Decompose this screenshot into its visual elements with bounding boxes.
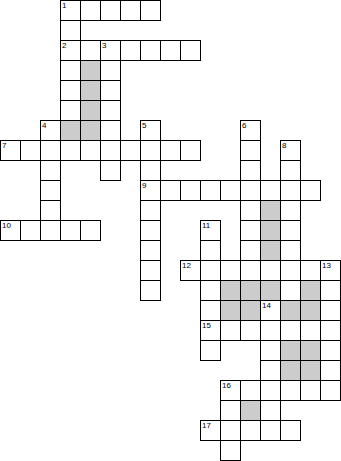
grid-cell bbox=[320, 380, 341, 401]
cell-number: 11 bbox=[202, 221, 210, 230]
grid-cell bbox=[220, 180, 241, 201]
grid-cell bbox=[100, 140, 121, 161]
grid-cell: 1 bbox=[60, 0, 81, 21]
cell-number: 6 bbox=[242, 121, 246, 130]
grid-cell bbox=[220, 420, 241, 441]
grid-cell bbox=[240, 220, 261, 241]
grid-cell-shaded bbox=[240, 300, 261, 321]
grid-cell bbox=[280, 240, 301, 261]
grid-cell: 10 bbox=[0, 220, 21, 241]
cell-number: 1 bbox=[62, 1, 66, 10]
grid-cell-shaded bbox=[280, 300, 301, 321]
grid-cell bbox=[260, 340, 281, 361]
grid-cell: 15 bbox=[200, 320, 221, 341]
grid-cell bbox=[180, 140, 201, 161]
grid-cell: 8 bbox=[280, 140, 301, 161]
grid-cell bbox=[240, 160, 261, 181]
grid-cell bbox=[260, 320, 281, 341]
cell-number: 15 bbox=[202, 321, 211, 330]
grid-cell bbox=[140, 0, 161, 21]
grid-cell bbox=[60, 220, 81, 241]
grid-cell: 12 bbox=[180, 260, 201, 281]
grid-cell bbox=[20, 220, 41, 241]
grid-cell bbox=[240, 420, 261, 441]
grid-cell bbox=[220, 260, 241, 281]
grid-cell bbox=[280, 160, 301, 181]
cell-number: 8 bbox=[282, 141, 286, 150]
cell-number: 10 bbox=[2, 221, 11, 230]
grid-cell bbox=[100, 80, 121, 101]
grid-cell bbox=[200, 260, 221, 281]
grid-cell bbox=[220, 440, 241, 461]
grid-cell-shaded bbox=[260, 280, 281, 301]
cell-number: 12 bbox=[182, 261, 191, 270]
grid-cell bbox=[60, 20, 81, 41]
grid-cell-shaded bbox=[300, 340, 321, 361]
grid-cell bbox=[160, 40, 181, 61]
cell-number: 5 bbox=[142, 121, 146, 130]
grid-cell bbox=[260, 180, 281, 201]
grid-cell bbox=[40, 200, 61, 221]
grid-cell bbox=[280, 180, 301, 201]
cell-number: 17 bbox=[202, 421, 211, 430]
grid-cell bbox=[80, 0, 101, 21]
grid-cell bbox=[240, 380, 261, 401]
crossword-grid: 1234567891011121314151617 bbox=[0, 0, 341, 461]
grid-cell bbox=[280, 380, 301, 401]
grid-cell bbox=[240, 240, 261, 261]
grid-cell bbox=[260, 380, 281, 401]
cell-number: 3 bbox=[102, 41, 106, 50]
grid-cell: 9 bbox=[140, 180, 161, 201]
grid-cell bbox=[320, 320, 341, 341]
grid-cell bbox=[40, 160, 61, 181]
grid-cell bbox=[20, 140, 41, 161]
cell-number: 14 bbox=[262, 301, 271, 310]
cell-number: 4 bbox=[42, 121, 46, 130]
grid-cell bbox=[280, 200, 301, 221]
grid-cell bbox=[120, 140, 141, 161]
grid-cell bbox=[80, 220, 101, 241]
grid-cell: 16 bbox=[220, 380, 241, 401]
grid-cell bbox=[280, 320, 301, 341]
grid-cell bbox=[280, 260, 301, 281]
grid-cell-shaded bbox=[240, 280, 261, 301]
cell-number: 13 bbox=[322, 261, 331, 270]
grid-cell bbox=[300, 320, 321, 341]
grid-cell bbox=[140, 240, 161, 261]
grid-cell-shaded bbox=[220, 300, 241, 321]
grid-cell bbox=[60, 60, 81, 81]
grid-cell bbox=[40, 220, 61, 241]
grid-cell bbox=[140, 160, 161, 181]
grid-cell: 17 bbox=[200, 420, 221, 441]
grid-cell: 2 bbox=[60, 40, 81, 61]
grid-cell bbox=[180, 40, 201, 61]
grid-cell: 3 bbox=[100, 40, 121, 61]
grid-cell bbox=[200, 280, 221, 301]
grid-cell: 5 bbox=[140, 120, 161, 141]
grid-cell bbox=[120, 0, 141, 21]
cell-number: 9 bbox=[142, 181, 146, 190]
grid-cell bbox=[300, 380, 321, 401]
grid-cell bbox=[300, 180, 321, 201]
grid-cell bbox=[280, 280, 301, 301]
grid-cell-shaded bbox=[280, 340, 301, 361]
grid-cell bbox=[280, 420, 301, 441]
grid-cell bbox=[140, 40, 161, 61]
grid-cell bbox=[60, 140, 81, 161]
grid-cell bbox=[320, 360, 341, 381]
grid-cell-shaded bbox=[260, 240, 281, 261]
grid-cell-shaded bbox=[80, 60, 101, 81]
grid-cell bbox=[80, 40, 101, 61]
grid-cell bbox=[40, 180, 61, 201]
grid-cell bbox=[140, 200, 161, 221]
grid-cell-shaded bbox=[300, 360, 321, 381]
grid-cell bbox=[320, 340, 341, 361]
grid-cell bbox=[140, 220, 161, 241]
cell-number: 7 bbox=[2, 141, 6, 150]
grid-cell bbox=[120, 40, 141, 61]
cell-number: 2 bbox=[62, 41, 66, 50]
grid-cell bbox=[240, 200, 261, 221]
grid-cell-shaded bbox=[80, 100, 101, 121]
grid-cell bbox=[200, 340, 221, 361]
grid-cell-shaded bbox=[300, 300, 321, 321]
grid-cell: 14 bbox=[260, 300, 281, 321]
grid-cell-shaded bbox=[80, 120, 101, 141]
grid-cell bbox=[60, 80, 81, 101]
grid-cell bbox=[260, 360, 281, 381]
grid-cell bbox=[100, 0, 121, 21]
grid-cell bbox=[200, 300, 221, 321]
grid-cell bbox=[200, 180, 221, 201]
grid-cell bbox=[100, 160, 121, 181]
grid-cell bbox=[40, 140, 61, 161]
grid-cell bbox=[260, 260, 281, 281]
grid-cell bbox=[280, 220, 301, 241]
grid-cell: 11 bbox=[200, 220, 221, 241]
grid-cell bbox=[220, 320, 241, 341]
grid-cell bbox=[160, 180, 181, 201]
grid-cell-shaded bbox=[260, 200, 281, 221]
grid-cell bbox=[320, 280, 341, 301]
grid-cell: 7 bbox=[0, 140, 21, 161]
grid-cell bbox=[100, 60, 121, 81]
grid-cell bbox=[240, 180, 261, 201]
cell-number: 16 bbox=[222, 381, 231, 390]
grid-cell-shaded bbox=[60, 120, 81, 141]
grid-cell bbox=[240, 260, 261, 281]
grid-cell-shaded bbox=[220, 280, 241, 301]
grid-cell bbox=[260, 400, 281, 421]
grid-cell-shaded bbox=[260, 220, 281, 241]
grid-cell-shaded bbox=[240, 400, 261, 421]
grid-cell bbox=[180, 180, 201, 201]
grid-cell: 6 bbox=[240, 120, 261, 141]
grid-cell bbox=[220, 400, 241, 421]
grid-cell-shaded bbox=[280, 360, 301, 381]
grid-cell bbox=[140, 140, 161, 161]
grid-cell-shaded bbox=[80, 80, 101, 101]
grid-cell bbox=[240, 320, 261, 341]
grid-cell bbox=[140, 280, 161, 301]
grid-cell bbox=[300, 260, 321, 281]
grid-cell: 4 bbox=[40, 120, 61, 141]
grid-cell bbox=[260, 420, 281, 441]
grid-cell-shaded bbox=[300, 280, 321, 301]
grid-cell bbox=[160, 140, 181, 161]
grid-cell: 13 bbox=[320, 260, 341, 281]
grid-cell bbox=[320, 300, 341, 321]
grid-cell bbox=[80, 140, 101, 161]
grid-cell bbox=[240, 140, 261, 161]
grid-cell bbox=[60, 100, 81, 121]
grid-cell bbox=[140, 260, 161, 281]
grid-cell bbox=[100, 120, 121, 141]
grid-cell bbox=[100, 100, 121, 121]
grid-cell bbox=[200, 240, 221, 261]
